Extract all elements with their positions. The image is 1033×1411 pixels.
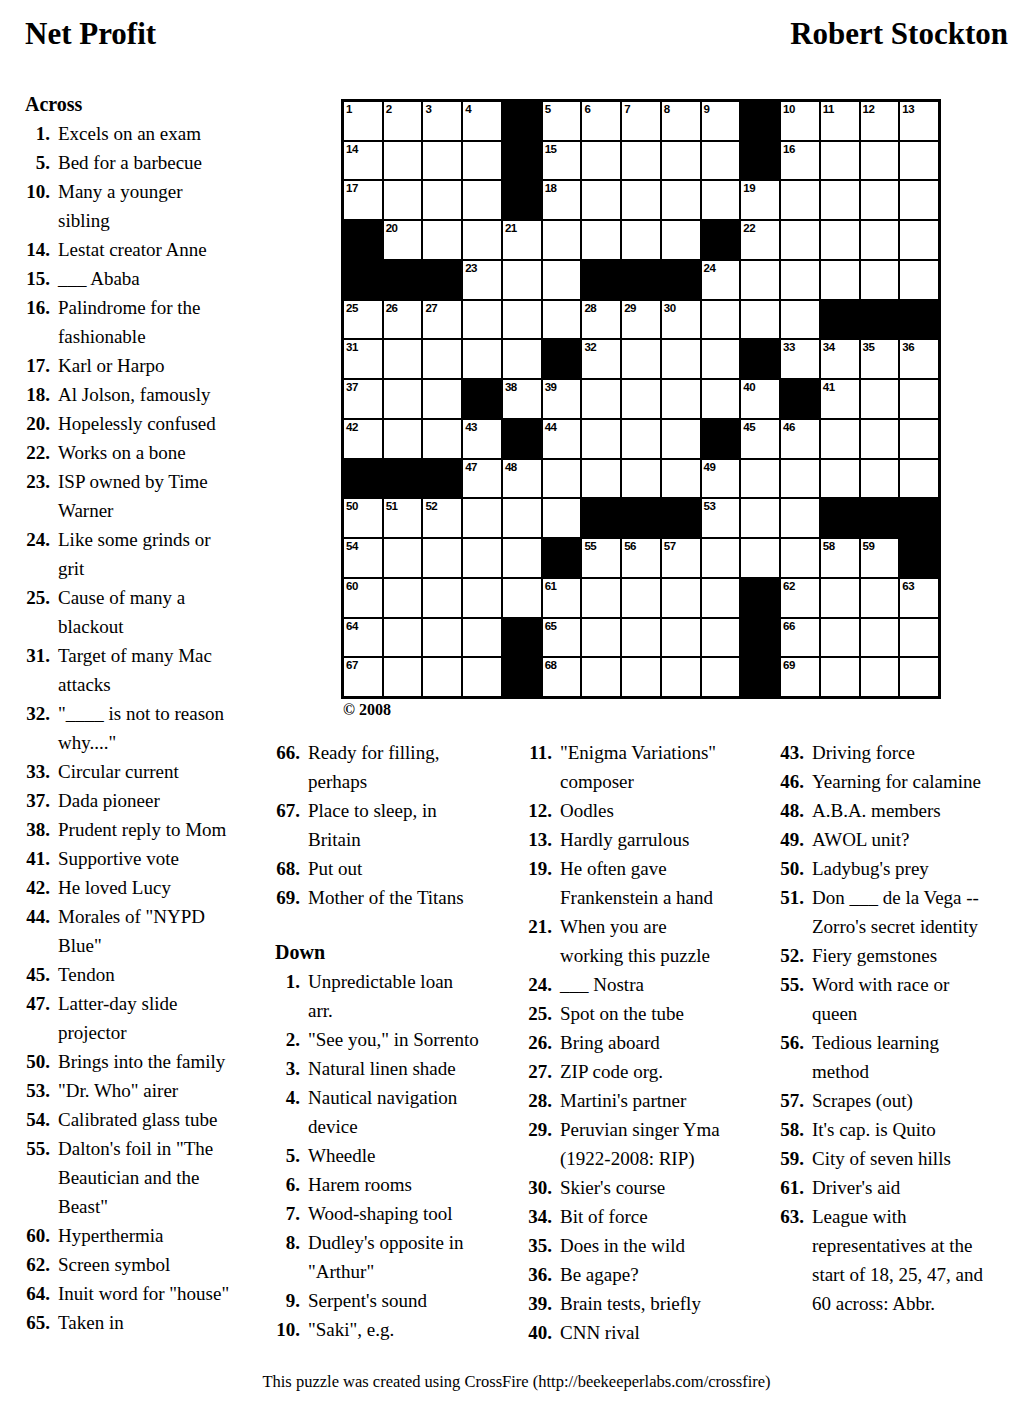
clue-down-55: 55.Word with race or queen <box>774 970 986 1028</box>
block-cell-12-10 <box>741 579 779 617</box>
cell-4-5[interactable] <box>543 261 581 299</box>
cell-2-7[interactable] <box>622 181 660 219</box>
cell-9-3[interactable]: 47 <box>463 460 501 498</box>
block-cell-9-2 <box>423 460 461 498</box>
cell-11-13[interactable]: 59 <box>861 539 899 577</box>
cell-7-2[interactable] <box>423 380 461 418</box>
cell-2-5[interactable]: 18 <box>543 181 581 219</box>
cell-9-5[interactable] <box>543 460 581 498</box>
cell-3-10[interactable]: 22 <box>741 221 779 259</box>
cell-0-11[interactable]: 10 <box>781 102 819 140</box>
clue-across-37: 37.Dada pioneer <box>20 786 230 815</box>
cell-number-68: 68 <box>545 658 557 672</box>
cell-12-13[interactable] <box>861 579 899 617</box>
cell-7-6[interactable] <box>582 380 620 418</box>
cell-9-4[interactable]: 48 <box>503 460 541 498</box>
cell-3-6[interactable] <box>582 221 620 259</box>
clue-down-5: 5.Wheedle <box>270 1141 480 1170</box>
clue-down-34: 34.Bit of force <box>522 1202 732 1231</box>
cell-8-8[interactable] <box>662 420 700 458</box>
cell-14-8[interactable] <box>662 658 700 696</box>
cell-4-12[interactable] <box>821 261 859 299</box>
cell-7-1[interactable] <box>384 380 422 418</box>
clue-across-22: 22.Works on a bone <box>20 438 230 467</box>
cell-number-32: 32 <box>584 340 596 354</box>
cell-5-5[interactable] <box>543 301 581 339</box>
clue-text: Bring aboard <box>560 1028 732 1057</box>
cell-10-2[interactable]: 52 <box>423 499 461 537</box>
cell-0-7[interactable]: 7 <box>622 102 660 140</box>
cell-7-8[interactable] <box>662 380 700 418</box>
cell-10-1[interactable]: 51 <box>384 499 422 537</box>
cell-1-6[interactable] <box>582 142 620 180</box>
clue-down-35: 35.Does in the wild <box>522 1231 732 1260</box>
cell-13-5[interactable]: 65 <box>543 619 581 657</box>
cell-4-4[interactable] <box>503 261 541 299</box>
cell-3-8[interactable] <box>662 221 700 259</box>
footer-note: This puzzle was created using CrossFire … <box>0 1372 1033 1392</box>
cell-3-14[interactable] <box>900 221 938 259</box>
clue-text: Excels on an exam <box>58 119 230 148</box>
clue-text: Nautical navigation device <box>308 1083 480 1141</box>
clue-text: Unpredictable loan arr. <box>308 967 480 1025</box>
cell-8-2[interactable] <box>423 420 461 458</box>
cell-7-0[interactable]: 37 <box>344 380 382 418</box>
cell-0-6[interactable]: 6 <box>582 102 620 140</box>
cell-11-10[interactable] <box>741 539 779 577</box>
cell-4-11[interactable] <box>781 261 819 299</box>
cell-7-9[interactable] <box>702 380 740 418</box>
clue-number: 57. <box>774 1086 804 1115</box>
cell-number-10: 10 <box>783 102 795 116</box>
clue-number: 36. <box>522 1260 552 1289</box>
clue-number: 19. <box>522 854 552 883</box>
cell-9-10[interactable] <box>741 460 779 498</box>
cell-13-12[interactable] <box>821 619 859 657</box>
cell-9-8[interactable] <box>662 460 700 498</box>
cell-14-3[interactable] <box>463 658 501 696</box>
clue-text: Driving force <box>812 738 986 767</box>
cell-3-2[interactable] <box>423 221 461 259</box>
clue-text: It's cap. is Quito <box>812 1115 986 1144</box>
cell-13-2[interactable] <box>423 619 461 657</box>
clue-text: "See you," in Sorrento <box>308 1025 480 1054</box>
cell-12-8[interactable] <box>662 579 700 617</box>
cell-13-9[interactable] <box>702 619 740 657</box>
cell-5-2[interactable]: 27 <box>423 301 461 339</box>
clue-down-39: 39.Brain tests, briefly <box>522 1289 732 1318</box>
cell-number-22: 22 <box>743 221 755 235</box>
clue-across-33: 33.Circular current <box>20 757 230 786</box>
clue-number: 15. <box>20 264 50 293</box>
clue-across-69: 69.Mother of the Titans <box>270 883 480 912</box>
clue-number: 5. <box>20 148 50 177</box>
cell-1-11[interactable]: 16 <box>781 142 819 180</box>
cell-13-13[interactable] <box>861 619 899 657</box>
cell-6-1[interactable] <box>384 340 422 378</box>
across-clue-list-2: 66.Ready for filling, perhaps67.Place to… <box>270 738 480 912</box>
cell-1-1[interactable] <box>384 142 422 180</box>
cell-12-3[interactable] <box>463 579 501 617</box>
cell-3-5[interactable] <box>543 221 581 259</box>
cell-11-6[interactable]: 55 <box>582 539 620 577</box>
cell-2-6[interactable] <box>582 181 620 219</box>
cell-6-13[interactable]: 35 <box>861 340 899 378</box>
clue-number: 45. <box>20 960 50 989</box>
clue-number: 24. <box>20 525 50 554</box>
cell-0-9[interactable]: 9 <box>702 102 740 140</box>
cell-13-1[interactable] <box>384 619 422 657</box>
clue-number: 18. <box>20 380 50 409</box>
cell-11-11[interactable] <box>781 539 819 577</box>
cell-12-1[interactable] <box>384 579 422 617</box>
cell-9-11[interactable] <box>781 460 819 498</box>
cell-9-7[interactable] <box>622 460 660 498</box>
cell-1-3[interactable] <box>463 142 501 180</box>
cell-number-43: 43 <box>465 420 477 434</box>
cell-8-13[interactable] <box>861 420 899 458</box>
cell-14-14[interactable] <box>900 658 938 696</box>
cell-5-8[interactable]: 30 <box>662 301 700 339</box>
cell-10-11[interactable] <box>781 499 819 537</box>
cell-7-4[interactable]: 38 <box>503 380 541 418</box>
cell-3-12[interactable] <box>821 221 859 259</box>
cell-2-0[interactable]: 17 <box>344 181 382 219</box>
clue-number: 10. <box>270 1315 300 1344</box>
cell-11-7[interactable]: 56 <box>622 539 660 577</box>
cell-6-0[interactable]: 31 <box>344 340 382 378</box>
cell-0-0[interactable]: 1 <box>344 102 382 140</box>
cell-10-10[interactable] <box>741 499 779 537</box>
cell-3-4[interactable]: 21 <box>503 221 541 259</box>
cell-0-5[interactable]: 5 <box>543 102 581 140</box>
cell-7-13[interactable] <box>861 380 899 418</box>
cell-11-12[interactable]: 58 <box>821 539 859 577</box>
cell-6-6[interactable]: 32 <box>582 340 620 378</box>
cell-7-5[interactable]: 39 <box>543 380 581 418</box>
cell-1-2[interactable] <box>423 142 461 180</box>
block-cell-7-11 <box>781 380 819 418</box>
cell-11-2[interactable] <box>423 539 461 577</box>
clue-down-6: 6.Harem rooms <box>270 1170 480 1199</box>
clue-text: "Saki", e.g. <box>308 1315 480 1344</box>
cell-4-3[interactable]: 23 <box>463 261 501 299</box>
cell-number-16: 16 <box>783 142 795 156</box>
clue-text: Bed for a barbecue <box>58 148 230 177</box>
cell-8-11[interactable]: 46 <box>781 420 819 458</box>
cell-11-8[interactable]: 57 <box>662 539 700 577</box>
cell-7-10[interactable]: 40 <box>741 380 779 418</box>
clue-number: 8. <box>270 1228 300 1257</box>
cell-2-3[interactable] <box>463 181 501 219</box>
cell-4-13[interactable] <box>861 261 899 299</box>
cell-5-6[interactable]: 28 <box>582 301 620 339</box>
cell-0-3[interactable]: 4 <box>463 102 501 140</box>
cell-8-12[interactable] <box>821 420 859 458</box>
cell-11-1[interactable] <box>384 539 422 577</box>
clue-down-7: 7.Wood-shaping tool <box>270 1199 480 1228</box>
cell-13-3[interactable] <box>463 619 501 657</box>
cell-8-3[interactable]: 43 <box>463 420 501 458</box>
cell-9-14[interactable] <box>900 460 938 498</box>
cell-13-6[interactable] <box>582 619 620 657</box>
cell-number-61: 61 <box>545 579 557 593</box>
cell-number-40: 40 <box>743 380 755 394</box>
cell-number-26: 26 <box>386 301 398 315</box>
clue-text: Skier's course <box>560 1173 732 1202</box>
cell-10-9[interactable]: 53 <box>702 499 740 537</box>
cell-6-3[interactable] <box>463 340 501 378</box>
clue-text: Dalton's foil in "The Beautician and the… <box>58 1134 230 1221</box>
cell-8-14[interactable] <box>900 420 938 458</box>
cell-1-12[interactable] <box>821 142 859 180</box>
cell-12-2[interactable] <box>423 579 461 617</box>
cell-10-0[interactable]: 50 <box>344 499 382 537</box>
cell-1-0[interactable]: 14 <box>344 142 382 180</box>
cell-14-2[interactable] <box>423 658 461 696</box>
cell-6-7[interactable] <box>622 340 660 378</box>
cell-12-9[interactable] <box>702 579 740 617</box>
cell-9-13[interactable] <box>861 460 899 498</box>
cell-8-7[interactable] <box>622 420 660 458</box>
cell-9-6[interactable] <box>582 460 620 498</box>
cell-12-7[interactable] <box>622 579 660 617</box>
cell-14-12[interactable] <box>821 658 859 696</box>
block-cell-1-4 <box>503 142 541 180</box>
cell-11-0[interactable]: 54 <box>344 539 382 577</box>
block-cell-2-4 <box>503 181 541 219</box>
cell-7-7[interactable] <box>622 380 660 418</box>
cell-2-12[interactable] <box>821 181 859 219</box>
cell-0-13[interactable]: 12 <box>861 102 899 140</box>
cell-12-14[interactable]: 63 <box>900 579 938 617</box>
clue-down-51: 51.Don ___ de la Vega -- Zorro's secret … <box>774 883 986 941</box>
cell-12-11[interactable]: 62 <box>781 579 819 617</box>
cell-number-18: 18 <box>545 181 557 195</box>
cell-6-14[interactable]: 36 <box>900 340 938 378</box>
cell-2-1[interactable] <box>384 181 422 219</box>
clue-text: Ladybug's prey <box>812 854 986 883</box>
cell-5-4[interactable] <box>503 301 541 339</box>
cell-3-7[interactable] <box>622 221 660 259</box>
clue-text: Brings into the family <box>58 1047 230 1076</box>
cell-3-3[interactable] <box>463 221 501 259</box>
clue-text: Hyperthermia <box>58 1221 230 1250</box>
clue-text: ___ Ababa <box>58 264 230 293</box>
cell-5-7[interactable]: 29 <box>622 301 660 339</box>
across-clues-column: Across 1.Excels on an exam5.Bed for a ba… <box>20 90 230 1337</box>
cell-11-3[interactable] <box>463 539 501 577</box>
cell-number-5: 5 <box>545 102 551 116</box>
cell-8-0[interactable]: 42 <box>344 420 382 458</box>
cell-14-13[interactable] <box>861 658 899 696</box>
clue-text: Calibrated glass tube <box>58 1105 230 1134</box>
cell-number-62: 62 <box>783 579 795 593</box>
cell-0-8[interactable]: 8 <box>662 102 700 140</box>
cell-2-9[interactable] <box>702 181 740 219</box>
clue-text: Like some grinds or grit <box>58 525 230 583</box>
cell-2-14[interactable] <box>900 181 938 219</box>
cell-11-4[interactable] <box>503 539 541 577</box>
cell-1-9[interactable] <box>702 142 740 180</box>
cell-5-0[interactable]: 25 <box>344 301 382 339</box>
clue-number: 63. <box>774 1202 804 1231</box>
clue-number: 44. <box>20 902 50 931</box>
cell-5-3[interactable] <box>463 301 501 339</box>
cell-5-10[interactable] <box>741 301 779 339</box>
cell-number-13: 13 <box>902 102 914 116</box>
clue-across-53: 53."Dr. Who" airer <box>20 1076 230 1105</box>
cell-0-1[interactable]: 2 <box>384 102 422 140</box>
cell-number-67: 67 <box>346 658 358 672</box>
clue-text: CNN rival <box>560 1318 732 1347</box>
cell-5-11[interactable] <box>781 301 819 339</box>
cell-3-1[interactable]: 20 <box>384 221 422 259</box>
clue-across-50: 50.Brings into the family <box>20 1047 230 1076</box>
clue-number: 67. <box>270 796 300 825</box>
cell-number-49: 49 <box>704 460 716 474</box>
clue-number: 21. <box>522 912 552 941</box>
block-cell-8-9 <box>702 420 740 458</box>
cell-11-9[interactable] <box>702 539 740 577</box>
cell-1-8[interactable] <box>662 142 700 180</box>
cell-4-9[interactable]: 24 <box>702 261 740 299</box>
cell-9-9[interactable]: 49 <box>702 460 740 498</box>
cell-12-4[interactable] <box>503 579 541 617</box>
cell-0-14[interactable]: 13 <box>900 102 938 140</box>
cell-6-9[interactable] <box>702 340 740 378</box>
cell-4-14[interactable] <box>900 261 938 299</box>
clues-column-2: 66.Ready for filling, perhaps67.Place to… <box>270 738 480 1344</box>
clue-down-1: 1.Unpredictable loan arr. <box>270 967 480 1025</box>
cell-2-10[interactable]: 19 <box>741 181 779 219</box>
cell-3-11[interactable] <box>781 221 819 259</box>
cell-12-12[interactable] <box>821 579 859 617</box>
cell-8-6[interactable] <box>582 420 620 458</box>
clue-down-56: 56.Tedious learning method <box>774 1028 986 1086</box>
clue-down-8: 8.Dudley's opposite in "Arthur" <box>270 1228 480 1286</box>
cell-13-14[interactable] <box>900 619 938 657</box>
cell-0-12[interactable]: 11 <box>821 102 859 140</box>
clue-across-25: 25.Cause of many a blackout <box>20 583 230 641</box>
clue-down-13: 13.Hardly garrulous <box>522 825 732 854</box>
clue-number: 40. <box>522 1318 552 1347</box>
clue-number: 10. <box>20 177 50 206</box>
cell-14-7[interactable] <box>622 658 660 696</box>
cell-10-4[interactable] <box>503 499 541 537</box>
block-cell-6-10 <box>741 340 779 378</box>
cell-12-5[interactable]: 61 <box>543 579 581 617</box>
block-cell-7-3 <box>463 380 501 418</box>
cell-2-13[interactable] <box>861 181 899 219</box>
cell-10-5[interactable] <box>543 499 581 537</box>
cell-6-4[interactable] <box>503 340 541 378</box>
clue-text: Al Jolson, famously <box>58 380 230 409</box>
cell-2-2[interactable] <box>423 181 461 219</box>
clue-across-64: 64.Inuit word for "house" <box>20 1279 230 1308</box>
cell-2-8[interactable] <box>662 181 700 219</box>
clue-text: Prudent reply to Mom <box>58 815 230 844</box>
cell-8-1[interactable] <box>384 420 422 458</box>
clue-number: 1. <box>270 967 300 996</box>
across-clue-list-1: 1.Excels on an exam5.Bed for a barbecue1… <box>20 119 230 1337</box>
clue-across-60: 60.Hyperthermia <box>20 1221 230 1250</box>
cell-13-11[interactable]: 66 <box>781 619 819 657</box>
cell-number-28: 28 <box>584 301 596 315</box>
cell-14-5[interactable]: 68 <box>543 658 581 696</box>
cell-12-6[interactable] <box>582 579 620 617</box>
clue-across-47: 47.Latter-day slide projector <box>20 989 230 1047</box>
across-header: Across <box>20 90 230 119</box>
block-cell-4-1 <box>384 261 422 299</box>
cell-7-12[interactable]: 41 <box>821 380 859 418</box>
clue-number: 54. <box>20 1105 50 1134</box>
clue-number: 26. <box>522 1028 552 1057</box>
cell-6-12[interactable]: 34 <box>821 340 859 378</box>
cell-8-5[interactable]: 44 <box>543 420 581 458</box>
clue-down-30: 30.Skier's course <box>522 1173 732 1202</box>
cell-14-0[interactable]: 67 <box>344 658 382 696</box>
cell-14-1[interactable] <box>384 658 422 696</box>
clue-down-48: 48.A.B.A. members <box>774 796 986 825</box>
clue-number: 39. <box>522 1289 552 1318</box>
cell-14-6[interactable] <box>582 658 620 696</box>
cell-10-3[interactable] <box>463 499 501 537</box>
cell-1-5[interactable]: 15 <box>543 142 581 180</box>
clue-text: Bit of force <box>560 1202 732 1231</box>
cell-14-11[interactable]: 69 <box>781 658 819 696</box>
cell-number-37: 37 <box>346 380 358 394</box>
cell-0-2[interactable]: 3 <box>423 102 461 140</box>
cell-6-8[interactable] <box>662 340 700 378</box>
cell-5-9[interactable] <box>702 301 740 339</box>
cell-6-2[interactable] <box>423 340 461 378</box>
clue-number: 1. <box>20 119 50 148</box>
clue-across-41: 41.Supportive vote <box>20 844 230 873</box>
cell-12-0[interactable]: 60 <box>344 579 382 617</box>
cell-1-13[interactable] <box>861 142 899 180</box>
clue-across-17: 17.Karl or Harpo <box>20 351 230 380</box>
cell-4-10[interactable] <box>741 261 779 299</box>
clue-number: 5. <box>270 1141 300 1170</box>
cell-13-0[interactable]: 64 <box>344 619 382 657</box>
clue-down-25: 25.Spot on the tube <box>522 999 732 1028</box>
cell-2-11[interactable] <box>781 181 819 219</box>
cell-number-3: 3 <box>425 102 431 116</box>
cell-13-8[interactable] <box>662 619 700 657</box>
clue-text: A.B.A. members <box>812 796 986 825</box>
clue-down-2: 2."See you," in Sorrento <box>270 1025 480 1054</box>
puzzle-author: Robert Stockton <box>790 16 1008 52</box>
cell-1-7[interactable] <box>622 142 660 180</box>
clue-number: 22. <box>20 438 50 467</box>
cell-number-48: 48 <box>505 460 517 474</box>
clue-number: 9. <box>270 1286 300 1315</box>
cell-6-11[interactable]: 33 <box>781 340 819 378</box>
cell-14-9[interactable] <box>702 658 740 696</box>
cell-7-14[interactable] <box>900 380 938 418</box>
cell-9-12[interactable] <box>821 460 859 498</box>
block-cell-1-10 <box>741 142 779 180</box>
cell-3-13[interactable] <box>861 221 899 259</box>
cell-number-52: 52 <box>425 499 437 513</box>
cell-5-1[interactable]: 26 <box>384 301 422 339</box>
cell-13-7[interactable] <box>622 619 660 657</box>
clue-text: Spot on the tube <box>560 999 732 1028</box>
clue-text: Scrapes (out) <box>812 1086 986 1115</box>
cell-1-14[interactable] <box>900 142 938 180</box>
cell-8-10[interactable]: 45 <box>741 420 779 458</box>
